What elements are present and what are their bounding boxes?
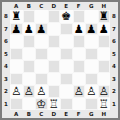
rank-labels-right: 87654321 <box>110 10 118 110</box>
piece-black-pawn[interactable]: ♟ <box>86 22 96 35</box>
file-label: F <box>73 110 86 118</box>
file-label: D <box>48 110 61 118</box>
square-b7[interactable]: ♟ <box>23 23 36 36</box>
square-a4[interactable] <box>10 60 23 73</box>
rank-label: 7 <box>2 23 10 36</box>
rank-label: 1 <box>2 98 10 111</box>
square-c4[interactable] <box>35 60 48 73</box>
square-c1[interactable]: ♔ <box>35 98 48 111</box>
square-h6[interactable] <box>98 35 111 48</box>
square-d7[interactable] <box>48 23 61 36</box>
square-h7[interactable]: ♟ <box>98 23 111 36</box>
square-c7[interactable]: ♟ <box>35 23 48 36</box>
file-label: G <box>85 110 98 118</box>
square-d8[interactable] <box>48 10 61 23</box>
square-h4[interactable] <box>98 60 111 73</box>
square-g7[interactable]: ♟ <box>85 23 98 36</box>
square-d5[interactable] <box>48 48 61 61</box>
piece-white-pawn[interactable]: ♙ <box>24 85 34 98</box>
file-label: C <box>35 2 48 10</box>
rank-label: 3 <box>110 73 118 86</box>
square-c5[interactable] <box>35 48 48 61</box>
rank-label: 1 <box>110 98 118 111</box>
square-d4[interactable] <box>48 60 61 73</box>
square-g5[interactable] <box>85 48 98 61</box>
file-label: H <box>98 110 111 118</box>
file-label: D <box>48 2 61 10</box>
square-e6[interactable] <box>60 35 73 48</box>
file-label: G <box>85 2 98 10</box>
piece-white-rook[interactable]: ♖ <box>49 97 59 110</box>
square-e2[interactable] <box>60 85 73 98</box>
chess-board-frame: ABCDEFGH 87654321 ♜♚♜♟♟♟♟♟♟♙♙♙♙♙♙♔♖♖ 876… <box>0 0 120 120</box>
square-g6[interactable] <box>85 35 98 48</box>
rank-label: 4 <box>110 60 118 73</box>
square-b4[interactable] <box>23 60 36 73</box>
square-e1[interactable] <box>60 98 73 111</box>
square-a6[interactable] <box>10 35 23 48</box>
piece-white-king[interactable]: ♔ <box>36 97 46 110</box>
rank-label: 5 <box>2 48 10 61</box>
square-c6[interactable] <box>35 35 48 48</box>
rank-label: 6 <box>110 35 118 48</box>
rank-label: 6 <box>2 35 10 48</box>
file-label: B <box>23 110 36 118</box>
square-d6[interactable] <box>48 35 61 48</box>
rank-labels-left: 87654321 <box>2 10 10 110</box>
square-e5[interactable] <box>60 48 73 61</box>
piece-black-pawn[interactable]: ♟ <box>74 22 84 35</box>
file-labels-top: ABCDEFGH <box>10 2 110 10</box>
piece-black-pawn[interactable]: ♟ <box>11 22 21 35</box>
piece-white-pawn[interactable]: ♙ <box>86 85 96 98</box>
square-d3[interactable] <box>48 73 61 86</box>
square-h1[interactable]: ♖ <box>98 98 111 111</box>
rank-label: 3 <box>2 73 10 86</box>
square-a1[interactable] <box>10 98 23 111</box>
file-labels-bottom: ABCDEFGH <box>10 110 110 118</box>
square-a2[interactable]: ♙ <box>10 85 23 98</box>
square-f1[interactable] <box>73 98 86 111</box>
square-g2[interactable]: ♙ <box>85 85 98 98</box>
board: ♜♚♜♟♟♟♟♟♟♙♙♙♙♙♙♔♖♖ <box>10 10 110 110</box>
rank-label: 7 <box>110 23 118 36</box>
piece-black-pawn[interactable]: ♟ <box>99 22 109 35</box>
rank-label: 2 <box>2 85 10 98</box>
square-a5[interactable] <box>10 48 23 61</box>
rank-label: 4 <box>2 60 10 73</box>
square-e3[interactable] <box>60 73 73 86</box>
square-f2[interactable]: ♙ <box>73 85 86 98</box>
square-f7[interactable]: ♟ <box>73 23 86 36</box>
square-h5[interactable] <box>98 48 111 61</box>
rank-label: 8 <box>2 10 10 23</box>
piece-black-pawn[interactable]: ♟ <box>36 22 46 35</box>
square-b5[interactable] <box>23 48 36 61</box>
file-label: C <box>35 110 48 118</box>
square-a7[interactable]: ♟ <box>10 23 23 36</box>
square-b6[interactable] <box>23 35 36 48</box>
square-f6[interactable] <box>73 35 86 48</box>
rank-label: 2 <box>110 85 118 98</box>
file-label: E <box>60 110 73 118</box>
piece-white-rook[interactable]: ♖ <box>99 97 109 110</box>
square-d1[interactable]: ♖ <box>48 98 61 111</box>
square-b2[interactable]: ♙ <box>23 85 36 98</box>
square-e7[interactable] <box>60 23 73 36</box>
square-g1[interactable] <box>85 98 98 111</box>
piece-black-pawn[interactable]: ♟ <box>24 22 34 35</box>
square-g4[interactable] <box>85 60 98 73</box>
file-label: F <box>73 2 86 10</box>
file-label: B <box>23 2 36 10</box>
piece-black-king[interactable]: ♚ <box>61 10 71 23</box>
square-b1[interactable] <box>23 98 36 111</box>
rank-label: 5 <box>110 48 118 61</box>
rank-label: 8 <box>110 10 118 23</box>
file-label: A <box>10 110 23 118</box>
square-e4[interactable] <box>60 60 73 73</box>
square-f4[interactable] <box>73 60 86 73</box>
square-e8[interactable]: ♚ <box>60 10 73 23</box>
piece-white-pawn[interactable]: ♙ <box>74 85 84 98</box>
piece-white-pawn[interactable]: ♙ <box>11 85 21 98</box>
square-f5[interactable] <box>73 48 86 61</box>
